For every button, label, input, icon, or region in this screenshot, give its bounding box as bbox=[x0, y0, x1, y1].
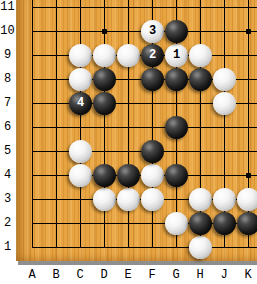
grid-line-col-C bbox=[80, 0, 81, 248]
stone-black-D8[interactable] bbox=[93, 68, 116, 91]
star-point-K4 bbox=[246, 173, 251, 178]
row-label-8: 8 bbox=[0, 71, 15, 87]
col-label-F: F bbox=[144, 267, 160, 283]
row-label-2: 2 bbox=[0, 215, 15, 231]
stone-white-J3[interactable] bbox=[213, 188, 236, 211]
col-label-K: K bbox=[240, 267, 256, 283]
grid-line-row-1 bbox=[32, 247, 257, 248]
row-label-10: 10 bbox=[0, 23, 15, 39]
stone-white-G9[interactable]: 1 bbox=[165, 44, 188, 67]
star-point-D10 bbox=[102, 29, 107, 34]
stone-white-E9[interactable] bbox=[117, 44, 140, 67]
row-label-6: 6 bbox=[0, 119, 15, 135]
row-label-9: 9 bbox=[0, 47, 15, 63]
stone-white-J7[interactable] bbox=[213, 92, 236, 115]
col-label-A: A bbox=[24, 267, 40, 283]
col-label-D: D bbox=[96, 267, 112, 283]
stone-white-C5[interactable] bbox=[69, 140, 92, 163]
stone-black-D4[interactable] bbox=[93, 164, 116, 187]
row-label-1: 1 bbox=[0, 239, 15, 255]
stone-black-C7[interactable]: 4 bbox=[69, 92, 92, 115]
stone-white-F3[interactable] bbox=[141, 188, 164, 211]
grid-line-col-B bbox=[56, 0, 57, 248]
stone-black-F5[interactable] bbox=[141, 140, 164, 163]
stone-white-F10[interactable]: 3 bbox=[141, 20, 164, 43]
stone-white-F4[interactable] bbox=[141, 164, 164, 187]
stone-white-C9[interactable] bbox=[69, 44, 92, 67]
stone-white-C4[interactable] bbox=[69, 164, 92, 187]
col-label-H: H bbox=[192, 267, 208, 283]
stone-black-H2[interactable] bbox=[189, 212, 212, 235]
stone-white-H1[interactable] bbox=[189, 236, 212, 259]
go-board-app: 3124 1110987654321 ABCDEFGHJK bbox=[0, 0, 257, 284]
grid-line-row-11 bbox=[32, 7, 257, 8]
stone-white-G2[interactable] bbox=[165, 212, 188, 235]
stone-white-K3[interactable] bbox=[237, 188, 257, 211]
stone-black-G8[interactable] bbox=[165, 68, 188, 91]
stone-white-H9[interactable] bbox=[189, 44, 212, 67]
grid-line-col-A bbox=[32, 0, 33, 248]
row-label-7: 7 bbox=[0, 95, 15, 111]
stone-black-D7[interactable] bbox=[93, 92, 116, 115]
stone-white-D9[interactable] bbox=[93, 44, 116, 67]
stone-black-F9[interactable]: 2 bbox=[141, 44, 164, 67]
row-label-11: 11 bbox=[0, 0, 15, 15]
stone-black-J2[interactable] bbox=[213, 212, 236, 235]
star-point-K10 bbox=[246, 29, 251, 34]
stone-white-E3[interactable] bbox=[117, 188, 140, 211]
row-label-5: 5 bbox=[0, 143, 15, 159]
stone-black-H8[interactable] bbox=[189, 68, 212, 91]
stone-black-F8[interactable] bbox=[141, 68, 164, 91]
stone-white-H3[interactable] bbox=[189, 188, 212, 211]
stone-white-C8[interactable] bbox=[69, 68, 92, 91]
grid-line-row-6 bbox=[32, 127, 257, 128]
stone-black-G4[interactable] bbox=[165, 164, 188, 187]
stone-white-J8[interactable] bbox=[213, 68, 236, 91]
col-label-G: G bbox=[168, 267, 184, 283]
col-label-J: J bbox=[216, 267, 232, 283]
stone-black-G10[interactable] bbox=[165, 20, 188, 43]
stone-black-K2[interactable] bbox=[237, 212, 257, 235]
row-label-3: 3 bbox=[0, 191, 15, 207]
stone-black-G6[interactable] bbox=[165, 116, 188, 139]
board-shadow bbox=[18, 261, 257, 265]
col-label-C: C bbox=[72, 267, 88, 283]
col-label-E: E bbox=[120, 267, 136, 283]
row-label-4: 4 bbox=[0, 167, 15, 183]
col-label-B: B bbox=[48, 267, 64, 283]
stone-white-D3[interactable] bbox=[93, 188, 116, 211]
stone-black-E4[interactable] bbox=[117, 164, 140, 187]
